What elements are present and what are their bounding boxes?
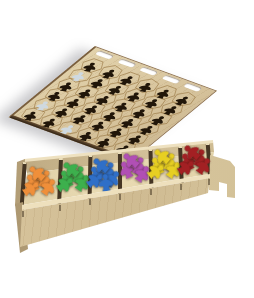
divider-notch — [208, 179, 210, 185]
divider-notch — [150, 189, 152, 195]
divider-notch — [89, 199, 91, 205]
divider-notch — [180, 184, 182, 190]
divider-notch — [22, 211, 24, 217]
product-photo — [0, 0, 254, 298]
divider-notch — [59, 205, 61, 211]
divider-notch — [119, 194, 121, 200]
